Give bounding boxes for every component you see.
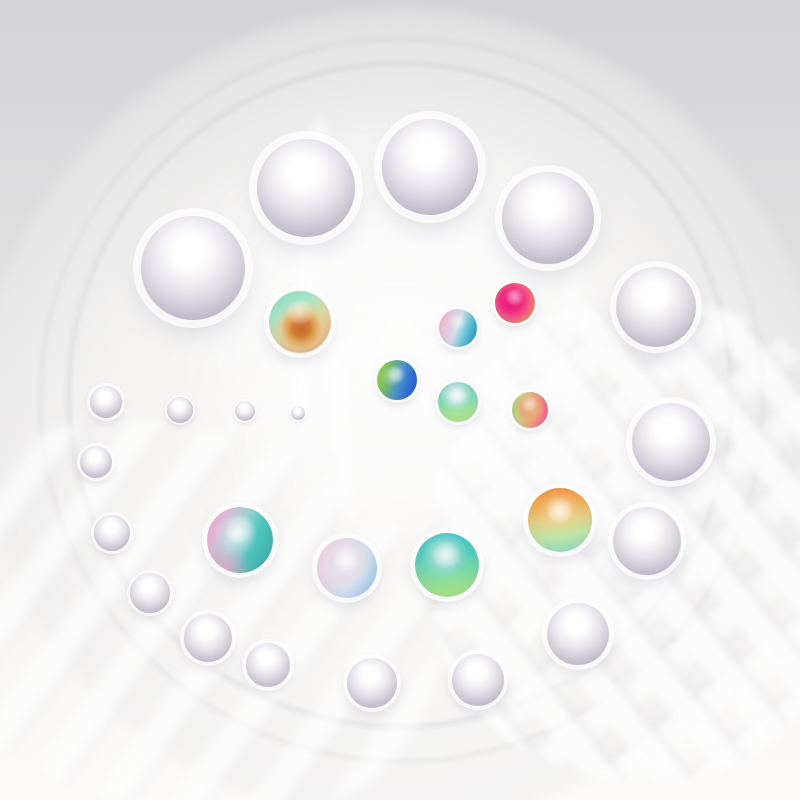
white-pearl-5mm bbox=[184, 614, 232, 662]
white-pearl-2mm bbox=[235, 401, 255, 421]
white-pearl-10mm bbox=[257, 139, 355, 237]
glossy-glue-sheen bbox=[170, 120, 630, 540]
pearl-orange-mint bbox=[269, 291, 331, 353]
pearl-iridescent-white bbox=[317, 538, 377, 598]
white-pearl-3mm bbox=[80, 446, 112, 478]
white-pearl-10mm bbox=[141, 216, 245, 320]
quilted-texture-bottom-left bbox=[0, 373, 478, 800]
quilted-texture-right bbox=[406, 279, 800, 800]
white-pearl-4mm bbox=[246, 643, 290, 687]
white-pearl-4mm bbox=[94, 515, 130, 551]
pearl-layer bbox=[0, 0, 800, 800]
white-pearl-3mm bbox=[90, 386, 122, 418]
white-pearl-4mm bbox=[130, 573, 170, 613]
white-pearl-10mm bbox=[382, 119, 478, 215]
glue-streak bbox=[544, 230, 589, 410]
pearl-green-blue-glitter bbox=[377, 360, 417, 400]
pearl-hot-pink-orange bbox=[495, 283, 535, 323]
white-pearl-6mm bbox=[547, 603, 609, 665]
pearl-teal-green bbox=[415, 533, 479, 597]
dish-rim-rings bbox=[0, 0, 800, 800]
pearl-photo bbox=[0, 0, 800, 800]
pearl-teal-mint bbox=[438, 382, 478, 422]
pearl-orange-gold-mint bbox=[528, 488, 592, 552]
white-pearl-5mm bbox=[452, 654, 504, 706]
white-pearl-8mm bbox=[616, 267, 696, 347]
pearl-salmon-green-pink bbox=[512, 392, 548, 428]
white-pearl-2mm bbox=[167, 397, 193, 423]
pearl-pink-silver-teal bbox=[439, 309, 477, 347]
white-pearl-7mm bbox=[613, 507, 681, 575]
white-pearl-1mm bbox=[291, 406, 305, 420]
white-pearl-5mm bbox=[347, 658, 397, 708]
white-pearl-9mm bbox=[502, 172, 594, 264]
pearl-pink-turquoise bbox=[207, 507, 273, 573]
white-pearl-8mm bbox=[632, 403, 710, 481]
glue-streak bbox=[319, 300, 360, 521]
white-dish bbox=[0, 10, 800, 800]
glue-streak bbox=[286, 119, 333, 420]
